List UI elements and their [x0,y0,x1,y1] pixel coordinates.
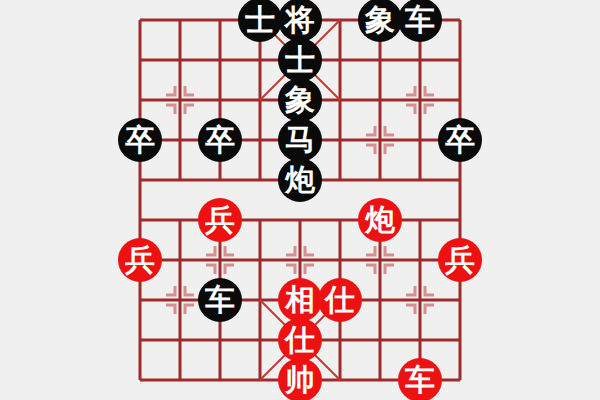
piece-red-cannon[interactable]: 炮 [358,198,402,242]
piece-black-soldier[interactable]: 卒 [438,118,482,162]
piece-red-general[interactable]: 帅 [278,358,322,400]
piece-red-soldier[interactable]: 兵 [438,238,482,282]
piece-red-advisor[interactable]: 仕 [278,318,322,362]
piece-red-elephant[interactable]: 相 [278,278,322,322]
piece-black-advisor[interactable]: 士 [238,0,282,42]
piece-black-advisor[interactable]: 士 [278,38,322,82]
piece-black-general[interactable]: 将 [278,0,322,42]
piece-red-soldier[interactable]: 兵 [198,198,242,242]
piece-black-chariot[interactable]: 车 [198,278,242,322]
piece-black-chariot[interactable]: 车 [398,0,442,42]
board: 士将象车士象卒卒马卒炮兵炮兵兵车相仕仕帅车 [120,0,480,400]
xiangqi-screen: 士将象车士象卒卒马卒炮兵炮兵兵车相仕仕帅车 [0,0,600,400]
piece-black-soldier[interactable]: 卒 [198,118,242,162]
piece-black-cannon[interactable]: 炮 [278,158,322,202]
piece-black-soldier[interactable]: 卒 [118,118,162,162]
piece-red-soldier[interactable]: 兵 [118,238,162,282]
piece-black-horse[interactable]: 马 [278,118,322,162]
piece-red-advisor[interactable]: 仕 [318,278,362,322]
piece-black-elephant[interactable]: 象 [358,0,402,42]
piece-black-elephant[interactable]: 象 [278,78,322,122]
piece-red-chariot[interactable]: 车 [398,358,442,400]
